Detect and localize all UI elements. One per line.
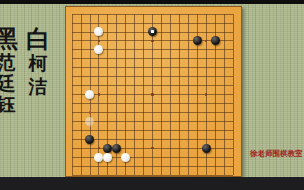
stone-black-F4: [112, 144, 121, 153]
black-player-name-column: 黑 范廷钰: [0, 26, 19, 115]
grid-line-vertical: [170, 14, 171, 175]
grid-line-horizontal: [72, 103, 233, 104]
grid-line-horizontal: [72, 139, 233, 140]
video-frame: 黑 范廷钰 白 柯洁 徐老师围棋教室 弹 关: [0, 0, 304, 190]
grid-line-horizontal: [72, 112, 233, 113]
star-point: [151, 147, 153, 149]
white-side-label: 白: [26, 26, 50, 52]
star-point: [205, 93, 207, 95]
black-side-label: 黑: [0, 26, 18, 52]
grid-line-horizontal: [72, 166, 233, 167]
grid-line-horizontal: [72, 130, 233, 131]
stone-black-E4: [103, 144, 112, 153]
grid-line-vertical: [233, 14, 234, 175]
player-name-char: 范: [0, 52, 16, 73]
go-board: [65, 6, 242, 177]
watermark-text: 徐老师围棋教室: [250, 149, 303, 159]
grid-line-vertical: [161, 14, 162, 175]
grid-line-vertical: [179, 14, 180, 175]
stone-white-D17: [94, 27, 103, 36]
white-player-name-column: 白 柯洁: [25, 26, 51, 98]
player-name-char: 廷: [0, 73, 16, 94]
player-name-char: 钰: [0, 94, 16, 115]
star-point: [205, 40, 207, 42]
last-move-marker: [151, 30, 154, 33]
grid-line-horizontal: [72, 175, 233, 176]
stone-white-C10: [85, 90, 94, 99]
ghost-stone-C7: [85, 117, 94, 126]
stone-black-C5: [85, 135, 94, 144]
star-point: [98, 147, 100, 149]
grid-line-horizontal: [72, 121, 233, 122]
player-name-char: 洁: [29, 75, 48, 98]
letterbox-top: [0, 0, 304, 4]
red-marker-C8: [89, 111, 92, 114]
stone-black-Q4: [202, 144, 211, 153]
star-point: [151, 93, 153, 95]
star-point: [151, 40, 153, 42]
stone-white-D3: [94, 153, 103, 162]
grid-line-vertical: [224, 14, 225, 175]
stone-black-R16: [211, 36, 220, 45]
star-point: [98, 93, 100, 95]
star-point: [98, 40, 100, 42]
stone-white-D15: [94, 45, 103, 54]
stone-white-E3: [103, 153, 112, 162]
grid-line-vertical: [188, 14, 189, 175]
player-control-bar: 弹 关: [0, 177, 304, 190]
player-name-char: 柯: [29, 52, 48, 75]
stone-black-P16: [193, 36, 202, 45]
stone-white-G3: [121, 153, 130, 162]
